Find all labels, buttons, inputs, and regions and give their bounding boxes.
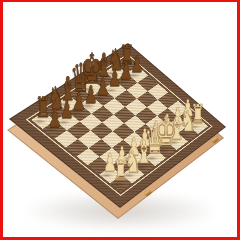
chess-board <box>9 43 226 208</box>
product-photo: ♜♞♝♛♚♝♞♜♟♟♟♟♟♟♟♟♟♟♟♟♟♟♟♟♜♞♝♛♚♝♞♜ <box>0 0 240 240</box>
board-grid <box>31 57 208 192</box>
